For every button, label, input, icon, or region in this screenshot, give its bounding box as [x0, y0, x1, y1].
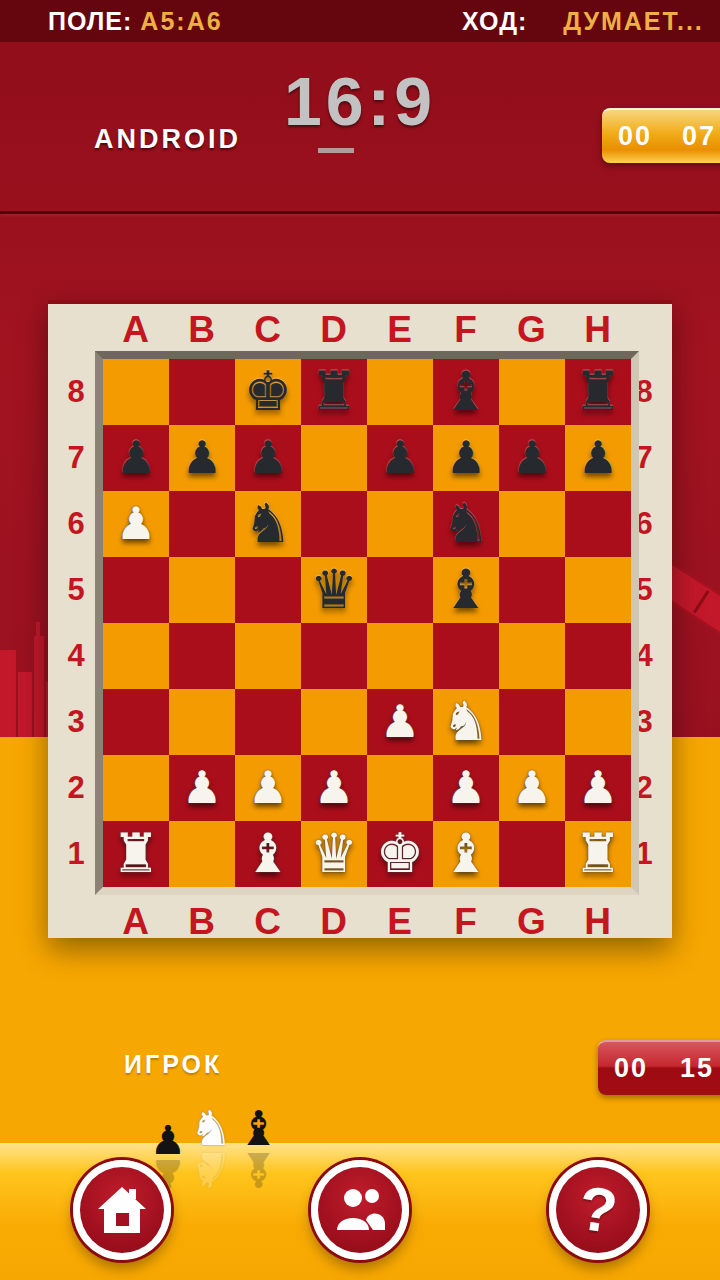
square-a6[interactable]: ♟ — [103, 491, 169, 557]
piece-black-knight[interactable]: ♞ — [244, 491, 292, 557]
square-b7[interactable]: ♟ — [169, 425, 235, 491]
square-g2[interactable]: ♟ — [499, 755, 565, 821]
field-value: A5:A6 — [140, 7, 222, 36]
square-g6[interactable] — [499, 491, 565, 557]
help-button[interactable]: ? — [549, 1160, 647, 1260]
square-a5[interactable] — [103, 557, 169, 623]
square-h6[interactable] — [565, 491, 631, 557]
piece-black-rook[interactable]: ♜ — [310, 359, 358, 425]
square-a2[interactable] — [103, 755, 169, 821]
captured-white-knight: ♞♞ — [190, 1104, 233, 1194]
coordinate-label-d: D — [301, 308, 367, 352]
square-a8[interactable] — [103, 359, 169, 425]
piece-white-pawn[interactable]: ♟ — [248, 755, 288, 821]
move-label: ХОД: — [462, 7, 527, 36]
player-bottom-name: ИГРОК — [124, 1050, 222, 1079]
players-button[interactable] — [311, 1160, 409, 1260]
piece-white-bishop[interactable]: ♝ — [244, 821, 292, 887]
square-c8[interactable]: ♚ — [235, 359, 301, 425]
coordinate-label-e: E — [367, 900, 433, 944]
square-d2[interactable]: ♟ — [301, 755, 367, 821]
square-c6[interactable]: ♞ — [235, 491, 301, 557]
square-f3[interactable]: ♞ — [433, 689, 499, 755]
coordinate-label-g: G — [499, 900, 565, 944]
board-bevel: ♚♜♝♜♟♟♟♟♟♟♟♟♞♞♛♝♟♞♟♟♟♟♟♟♜♝♛♚♝♜ — [95, 351, 639, 895]
coordinate-label-a: A — [103, 308, 169, 352]
coordinate-label-b: B — [169, 900, 235, 944]
chess-board-frame: ABCDEFGH 87654321 87654321 ♚♜♝♜♟♟♟♟♟♟♟♟♞… — [48, 300, 672, 938]
home-icon — [96, 1185, 148, 1235]
square-h3[interactable] — [565, 689, 631, 755]
square-a4[interactable] — [103, 623, 169, 689]
square-b2[interactable]: ♟ — [169, 755, 235, 821]
square-f6[interactable]: ♞ — [433, 491, 499, 557]
clock-left: 16 — [284, 63, 368, 139]
square-b4[interactable] — [169, 623, 235, 689]
piece-black-pawn[interactable]: ♟ — [182, 425, 222, 491]
square-b8[interactable] — [169, 359, 235, 425]
piece-black-king[interactable]: ♚ — [244, 359, 292, 425]
square-e2[interactable] — [367, 755, 433, 821]
clock-underline — [318, 148, 354, 153]
piece-black-pawn[interactable]: ♟ — [116, 425, 156, 491]
piece-black-rook[interactable]: ♜ — [574, 359, 622, 425]
square-c2[interactable]: ♟ — [235, 755, 301, 821]
section-divider — [0, 211, 720, 214]
rank-labels-left: 87654321 — [56, 359, 96, 887]
square-h4[interactable] — [565, 623, 631, 689]
square-g8[interactable] — [499, 359, 565, 425]
coordinate-label-a: A — [103, 900, 169, 944]
square-h5[interactable] — [565, 557, 631, 623]
player-bottom-scorebox: 00 15 — [598, 1040, 720, 1095]
coordinate-label-g: G — [499, 308, 565, 352]
captured-black-bishop: ♝♝ — [237, 1104, 280, 1194]
coordinate-label-5: 5 — [56, 557, 96, 623]
square-g7[interactable]: ♟ — [499, 425, 565, 491]
piece-white-pawn[interactable]: ♟ — [116, 491, 156, 557]
piece-white-pawn[interactable]: ♟ — [578, 755, 618, 821]
piece-black-pawn[interactable]: ♟ — [578, 425, 618, 491]
coordinate-label-c: C — [235, 308, 301, 352]
square-a7[interactable]: ♟ — [103, 425, 169, 491]
square-c7[interactable]: ♟ — [235, 425, 301, 491]
square-e4[interactable] — [367, 623, 433, 689]
piece-white-pawn[interactable]: ♟ — [314, 755, 354, 821]
piece-black-bishop[interactable]: ♝ — [442, 557, 490, 623]
square-f4[interactable] — [433, 623, 499, 689]
square-f5[interactable]: ♝ — [433, 557, 499, 623]
square-b6[interactable] — [169, 491, 235, 557]
square-d3[interactable] — [301, 689, 367, 755]
white-knight-reflection: ♞ — [190, 1146, 233, 1194]
square-e6[interactable] — [367, 491, 433, 557]
coordinate-label-6: 6 — [56, 491, 96, 557]
piece-white-bishop[interactable]: ♝ — [442, 821, 490, 887]
piece-white-pawn[interactable]: ♟ — [512, 755, 552, 821]
coordinate-label-f: F — [433, 900, 499, 944]
coordinate-label-b: B — [169, 308, 235, 352]
piece-white-pawn[interactable]: ♟ — [380, 689, 420, 755]
square-e3[interactable]: ♟ — [367, 689, 433, 755]
move-status: ДУМАЕТ... — [563, 7, 704, 36]
player-top-score-left: 00 — [618, 121, 652, 152]
coordinate-label-3: 3 — [56, 689, 96, 755]
piece-black-knight[interactable]: ♞ — [442, 491, 490, 557]
square-f2[interactable]: ♟ — [433, 755, 499, 821]
square-d6[interactable] — [301, 491, 367, 557]
coordinate-label-8: 8 — [56, 359, 96, 425]
piece-black-pawn[interactable]: ♟ — [512, 425, 552, 491]
square-e1[interactable]: ♚ — [367, 821, 433, 887]
square-h2[interactable]: ♟ — [565, 755, 631, 821]
black-bishop-reflection: ♝ — [237, 1146, 280, 1194]
piece-white-pawn[interactable]: ♟ — [182, 755, 222, 821]
players-icon — [333, 1188, 387, 1232]
home-button[interactable] — [73, 1160, 171, 1260]
player-top-score-right: 07 — [682, 121, 716, 152]
clock-right: 9 — [394, 63, 436, 139]
piece-white-king[interactable]: ♚ — [376, 821, 424, 887]
piece-white-rook[interactable]: ♜ — [574, 821, 622, 887]
square-h1[interactable]: ♜ — [565, 821, 631, 887]
square-f1[interactable]: ♝ — [433, 821, 499, 887]
piece-white-queen[interactable]: ♛ — [310, 821, 358, 887]
app-screen: ПОЛЕ: A5:A6 ХОД: ДУМАЕТ... 16:9 ANDROID … — [0, 0, 720, 1280]
square-c4[interactable] — [235, 623, 301, 689]
piece-black-pawn[interactable]: ♟ — [446, 425, 486, 491]
square-g3[interactable] — [499, 689, 565, 755]
piece-black-bishop[interactable]: ♝ — [442, 359, 490, 425]
piece-black-queen[interactable]: ♛ — [310, 557, 358, 623]
square-h8[interactable]: ♜ — [565, 359, 631, 425]
turn-group: ХОД: ДУМАЕТ... — [462, 7, 704, 36]
coordinate-label-d: D — [301, 900, 367, 944]
square-a3[interactable] — [103, 689, 169, 755]
file-labels-top: ABCDEFGH — [103, 308, 631, 352]
square-g4[interactable] — [499, 623, 565, 689]
square-g1[interactable] — [499, 821, 565, 887]
square-a1[interactable]: ♜ — [103, 821, 169, 887]
coordinate-label-f: F — [433, 308, 499, 352]
chess-board: ♚♜♝♜♟♟♟♟♟♟♟♟♞♞♛♝♟♞♟♟♟♟♟♟♜♝♛♚♝♜ — [103, 359, 631, 887]
square-g5[interactable] — [499, 557, 565, 623]
question-mark-icon: ? — [575, 1177, 621, 1244]
last-move-group: ПОЛЕ: A5:A6 — [48, 7, 223, 36]
coordinate-label-e: E — [367, 308, 433, 352]
square-d5[interactable]: ♛ — [301, 557, 367, 623]
player-top-name: ANDROID — [94, 124, 241, 155]
player-bottom-score-left: 00 — [614, 1053, 648, 1084]
captured-pieces-tray: ♟♟♞♞♝♝ — [150, 1104, 280, 1194]
file-labels-bottom: ABCDEFGH — [103, 900, 631, 944]
coordinate-label-c: C — [235, 900, 301, 944]
square-c3[interactable] — [235, 689, 301, 755]
field-label: ПОЛЕ: — [48, 7, 132, 36]
square-d8[interactable]: ♜ — [301, 359, 367, 425]
square-b1[interactable] — [169, 821, 235, 887]
square-e8[interactable] — [367, 359, 433, 425]
square-f8[interactable]: ♝ — [433, 359, 499, 425]
top-status-bar: ПОЛЕ: A5:A6 ХОД: ДУМАЕТ... — [0, 0, 720, 42]
square-d4[interactable] — [301, 623, 367, 689]
piece-white-rook[interactable]: ♜ — [112, 821, 160, 887]
player-bottom-score-right: 15 — [680, 1053, 714, 1084]
square-c1[interactable]: ♝ — [235, 821, 301, 887]
coordinate-label-h: H — [565, 900, 631, 944]
square-e7[interactable]: ♟ — [367, 425, 433, 491]
player-top-scorebox: 00 07 — [602, 108, 720, 163]
square-h7[interactable]: ♟ — [565, 425, 631, 491]
square-d1[interactable]: ♛ — [301, 821, 367, 887]
clock-separator: : — [368, 63, 395, 139]
piece-white-pawn[interactable]: ♟ — [446, 755, 486, 821]
coordinate-label-1: 1 — [56, 821, 96, 887]
piece-white-knight[interactable]: ♞ — [442, 689, 490, 755]
square-e5[interactable] — [367, 557, 433, 623]
piece-black-pawn[interactable]: ♟ — [380, 425, 420, 491]
square-f7[interactable]: ♟ — [433, 425, 499, 491]
square-b5[interactable] — [169, 557, 235, 623]
square-c5[interactable] — [235, 557, 301, 623]
square-d7[interactable] — [301, 425, 367, 491]
coordinate-label-h: H — [565, 308, 631, 352]
piece-black-pawn[interactable]: ♟ — [248, 425, 288, 491]
square-b3[interactable] — [169, 689, 235, 755]
coordinate-label-4: 4 — [56, 623, 96, 689]
coordinate-label-7: 7 — [56, 425, 96, 491]
coordinate-label-2: 2 — [56, 755, 96, 821]
